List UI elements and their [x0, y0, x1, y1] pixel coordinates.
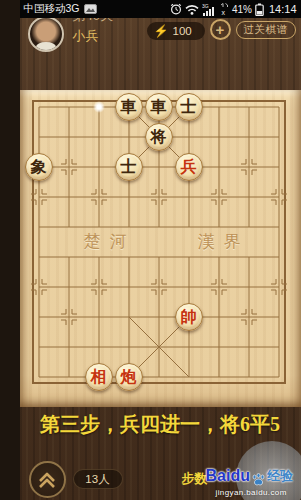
paw-icon	[252, 473, 265, 486]
energy-bolt-icon: ⚡	[154, 25, 169, 37]
add-energy-button[interactable]: +	[210, 19, 231, 40]
energy-value: 100	[172, 25, 191, 37]
alarm-icon	[170, 3, 182, 15]
watermark-logo: Baidu 经验	[206, 467, 293, 485]
piece-black-chariot-2[interactable]: 車	[145, 93, 173, 121]
piece-red-general[interactable]: 帥	[175, 303, 203, 331]
watermark-suffix: 经验	[267, 467, 293, 485]
energy-pill: ⚡ 100	[147, 22, 205, 40]
footer-bar: 13人 步数 Baidu 经验 jingyan.baidu.com	[20, 445, 301, 500]
battery-icon	[255, 3, 264, 16]
piece-red-pawn[interactable]: 兵	[175, 153, 203, 181]
screenshot-image-icon	[84, 4, 97, 14]
sparkle-effect	[93, 101, 105, 113]
sim2-no-signal-icon: x	[220, 3, 229, 16]
signal-3g-icon: 3G	[202, 3, 217, 16]
wifi-icon	[185, 4, 199, 15]
battery-percent: 41%	[232, 4, 252, 15]
watermark-url: jingyan.baidu.com	[216, 488, 287, 497]
xiangqi-board[interactable]: 楚河 漢界 車車士将象士兵帥相炮	[20, 90, 301, 407]
piece-black-elephant[interactable]: 象	[25, 153, 53, 181]
online-count-badge: 13人	[73, 469, 123, 489]
svg-text:3G: 3G	[202, 3, 209, 9]
steps-label: 步数	[182, 470, 208, 488]
rank-label: 小兵	[73, 27, 99, 45]
piece-black-chariot-1[interactable]: 車	[115, 93, 143, 121]
piece-red-elephant[interactable]: 相	[85, 363, 113, 391]
app-screen: 中国移动3G 3G x 41% 14:14 第40关 小兵 ⚡ 100	[20, 0, 301, 500]
watermark-brand: Baidu	[206, 467, 250, 485]
pieces-grid: 車車士将象士兵帥相炮	[24, 92, 294, 392]
carrier-label: 中国移动3G	[24, 2, 80, 16]
chevron-up-icon	[36, 471, 58, 489]
svg-text:x: x	[221, 9, 225, 16]
piece-black-general[interactable]: 将	[145, 123, 173, 151]
avatar[interactable]	[28, 16, 64, 52]
level-records-button[interactable]: 过关棋谱	[236, 21, 296, 39]
piece-black-advisor-1[interactable]: 士	[175, 93, 203, 121]
move-caption: 第三步，兵四进一，将6平5	[20, 411, 301, 438]
piece-black-advisor-2[interactable]: 士	[115, 153, 143, 181]
piece-red-cannon[interactable]: 炮	[115, 363, 143, 391]
expand-button[interactable]	[29, 461, 66, 498]
status-bar: 中国移动3G 3G x 41% 14:14	[20, 0, 301, 18]
clock: 14:14	[269, 3, 297, 15]
